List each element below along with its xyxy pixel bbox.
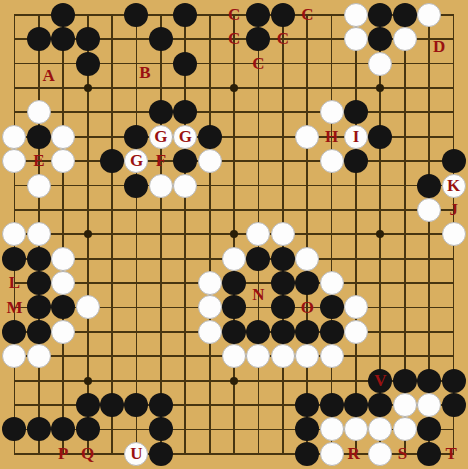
intersection[interactable] [344, 125, 368, 149]
intersection[interactable] [344, 393, 368, 417]
intersection[interactable] [368, 3, 392, 27]
intersection[interactable] [319, 368, 343, 392]
intersection[interactable] [100, 442, 124, 466]
intersection[interactable] [417, 247, 441, 271]
intersection[interactable] [100, 247, 124, 271]
black-stone[interactable] [27, 320, 51, 344]
intersection[interactable] [2, 149, 26, 173]
intersection[interactable] [271, 368, 295, 392]
intersection[interactable] [295, 442, 319, 466]
white-stone[interactable] [2, 125, 26, 149]
black-stone[interactable] [295, 417, 319, 441]
intersection[interactable] [222, 198, 246, 222]
intersection[interactable] [441, 198, 465, 222]
intersection[interactable] [417, 295, 441, 319]
black-stone[interactable] [417, 174, 441, 198]
white-stone[interactable] [295, 247, 319, 271]
intersection[interactable] [222, 271, 246, 295]
black-stone[interactable] [51, 27, 75, 51]
intersection[interactable] [319, 222, 343, 246]
intersection[interactable] [441, 393, 465, 417]
black-stone[interactable] [295, 393, 319, 417]
intersection[interactable] [173, 368, 197, 392]
intersection[interactable] [319, 198, 343, 222]
intersection[interactable] [417, 100, 441, 124]
white-stone[interactable] [27, 174, 51, 198]
intersection[interactable] [2, 27, 26, 51]
white-stone[interactable] [222, 344, 246, 368]
intersection[interactable] [393, 442, 417, 466]
intersection[interactable] [100, 344, 124, 368]
intersection[interactable] [124, 3, 148, 27]
intersection[interactable] [2, 76, 26, 100]
intersection[interactable] [222, 295, 246, 319]
intersection[interactable] [100, 393, 124, 417]
intersection[interactable] [246, 222, 270, 246]
intersection[interactable] [246, 295, 270, 319]
intersection[interactable] [271, 100, 295, 124]
intersection[interactable] [441, 271, 465, 295]
intersection[interactable] [124, 76, 148, 100]
white-stone[interactable] [222, 247, 246, 271]
intersection[interactable] [295, 198, 319, 222]
black-stone[interactable] [295, 271, 319, 295]
intersection[interactable] [417, 76, 441, 100]
intersection[interactable] [393, 222, 417, 246]
intersection[interactable] [149, 320, 173, 344]
white-stone[interactable] [76, 295, 100, 319]
intersection[interactable] [246, 173, 270, 197]
intersection[interactable] [197, 393, 221, 417]
intersection[interactable] [51, 125, 75, 149]
intersection[interactable] [124, 198, 148, 222]
black-stone[interactable] [2, 417, 26, 441]
black-stone[interactable] [149, 442, 173, 466]
black-stone[interactable] [124, 174, 148, 198]
intersection[interactable] [27, 76, 51, 100]
intersection[interactable] [417, 149, 441, 173]
intersection[interactable] [368, 442, 392, 466]
intersection[interactable] [295, 344, 319, 368]
intersection[interactable] [149, 100, 173, 124]
intersection[interactable] [27, 271, 51, 295]
white-stone[interactable] [27, 344, 51, 368]
intersection[interactable] [75, 442, 99, 466]
black-stone[interactable] [124, 3, 148, 27]
intersection[interactable] [246, 3, 270, 27]
intersection[interactable] [27, 368, 51, 392]
intersection[interactable] [222, 320, 246, 344]
intersection[interactable] [417, 173, 441, 197]
intersection[interactable] [27, 222, 51, 246]
intersection[interactable] [246, 198, 270, 222]
black-stone[interactable] [246, 320, 270, 344]
white-stone[interactable] [51, 320, 75, 344]
intersection[interactable] [100, 295, 124, 319]
intersection[interactable] [393, 393, 417, 417]
intersection[interactable] [173, 3, 197, 27]
intersection[interactable] [75, 149, 99, 173]
intersection[interactable] [27, 3, 51, 27]
intersection[interactable] [124, 368, 148, 392]
intersection[interactable] [149, 271, 173, 295]
intersection[interactable] [149, 27, 173, 51]
black-stone[interactable] [271, 247, 295, 271]
black-stone[interactable] [368, 369, 392, 393]
intersection[interactable] [75, 320, 99, 344]
intersection[interactable] [100, 271, 124, 295]
intersection[interactable] [271, 51, 295, 75]
intersection[interactable] [344, 417, 368, 441]
intersection[interactable] [441, 27, 465, 51]
intersection[interactable] [173, 76, 197, 100]
intersection[interactable] [27, 100, 51, 124]
intersection[interactable] [295, 417, 319, 441]
intersection[interactable] [344, 100, 368, 124]
intersection[interactable] [2, 442, 26, 466]
intersection[interactable] [51, 368, 75, 392]
intersection[interactable] [51, 51, 75, 75]
intersection[interactable] [51, 344, 75, 368]
white-stone[interactable] [27, 222, 51, 246]
intersection[interactable] [75, 100, 99, 124]
intersection[interactable] [173, 222, 197, 246]
white-stone[interactable] [173, 174, 197, 198]
intersection[interactable] [441, 295, 465, 319]
intersection[interactable] [368, 295, 392, 319]
intersection[interactable] [368, 222, 392, 246]
black-stone[interactable] [51, 295, 75, 319]
intersection[interactable] [197, 368, 221, 392]
intersection[interactable] [344, 149, 368, 173]
white-stone[interactable] [344, 295, 368, 319]
intersection[interactable] [441, 368, 465, 392]
intersection[interactable] [149, 51, 173, 75]
intersection[interactable] [319, 51, 343, 75]
intersection[interactable] [295, 100, 319, 124]
black-stone[interactable] [442, 149, 466, 173]
intersection[interactable] [295, 76, 319, 100]
intersection[interactable] [246, 76, 270, 100]
intersection[interactable] [368, 344, 392, 368]
intersection[interactable] [51, 149, 75, 173]
intersection[interactable] [271, 247, 295, 271]
intersection[interactable] [124, 393, 148, 417]
intersection[interactable] [417, 51, 441, 75]
intersection[interactable] [417, 125, 441, 149]
intersection[interactable] [393, 125, 417, 149]
black-stone[interactable] [222, 320, 246, 344]
intersection[interactable] [2, 125, 26, 149]
intersection[interactable] [75, 344, 99, 368]
intersection[interactable] [271, 222, 295, 246]
intersection[interactable] [246, 442, 270, 466]
intersection[interactable] [393, 3, 417, 27]
intersection[interactable] [2, 198, 26, 222]
intersection[interactable] [319, 125, 343, 149]
white-stone[interactable] [320, 417, 344, 441]
intersection[interactable] [368, 247, 392, 271]
intersection[interactable] [319, 100, 343, 124]
white-stone[interactable] [368, 52, 392, 76]
white-stone[interactable] [124, 149, 148, 173]
intersection[interactable] [51, 295, 75, 319]
intersection[interactable] [441, 222, 465, 246]
black-stone[interactable] [27, 417, 51, 441]
black-stone[interactable] [51, 3, 75, 27]
intersection[interactable] [75, 27, 99, 51]
intersection[interactable] [27, 149, 51, 173]
white-stone[interactable] [368, 417, 392, 441]
intersection[interactable] [51, 247, 75, 271]
intersection[interactable] [441, 100, 465, 124]
white-stone[interactable] [320, 344, 344, 368]
intersection[interactable] [271, 76, 295, 100]
intersection[interactable] [124, 271, 148, 295]
intersection[interactable] [51, 100, 75, 124]
intersection[interactable] [2, 417, 26, 441]
black-stone[interactable] [320, 393, 344, 417]
intersection[interactable] [197, 3, 221, 27]
intersection[interactable] [222, 27, 246, 51]
intersection[interactable] [344, 247, 368, 271]
white-stone[interactable] [320, 149, 344, 173]
intersection[interactable] [75, 247, 99, 271]
white-stone[interactable] [295, 125, 319, 149]
black-stone[interactable] [124, 125, 148, 149]
intersection[interactable] [441, 125, 465, 149]
intersection[interactable] [271, 320, 295, 344]
intersection[interactable] [51, 76, 75, 100]
intersection[interactable] [27, 27, 51, 51]
intersection[interactable] [319, 344, 343, 368]
intersection[interactable] [393, 295, 417, 319]
intersection[interactable] [2, 295, 26, 319]
intersection[interactable] [100, 51, 124, 75]
intersection[interactable] [197, 344, 221, 368]
intersection[interactable] [51, 198, 75, 222]
intersection[interactable] [27, 320, 51, 344]
intersection[interactable] [246, 393, 270, 417]
intersection[interactable] [246, 125, 270, 149]
intersection[interactable] [27, 442, 51, 466]
black-stone[interactable] [100, 149, 124, 173]
black-stone[interactable] [173, 100, 197, 124]
intersection[interactable] [295, 393, 319, 417]
intersection[interactable] [100, 368, 124, 392]
intersection[interactable] [393, 198, 417, 222]
intersection[interactable] [100, 76, 124, 100]
black-stone[interactable] [173, 3, 197, 27]
intersection[interactable] [319, 247, 343, 271]
intersection[interactable] [417, 417, 441, 441]
intersection[interactable] [393, 173, 417, 197]
intersection[interactable] [295, 3, 319, 27]
intersection[interactable] [368, 198, 392, 222]
intersection[interactable] [173, 51, 197, 75]
black-stone[interactable] [393, 3, 417, 27]
intersection[interactable] [295, 51, 319, 75]
white-stone[interactable] [51, 247, 75, 271]
black-stone[interactable] [27, 27, 51, 51]
intersection[interactable] [344, 442, 368, 466]
intersection[interactable] [393, 100, 417, 124]
intersection[interactable] [100, 198, 124, 222]
intersection[interactable] [27, 125, 51, 149]
black-stone[interactable] [344, 393, 368, 417]
intersection[interactable] [51, 27, 75, 51]
intersection[interactable] [393, 344, 417, 368]
intersection[interactable] [149, 295, 173, 319]
intersection[interactable] [197, 442, 221, 466]
intersection[interactable] [149, 344, 173, 368]
intersection[interactable] [75, 271, 99, 295]
intersection[interactable] [100, 417, 124, 441]
intersection[interactable] [149, 393, 173, 417]
white-stone[interactable] [27, 100, 51, 124]
black-stone[interactable] [246, 27, 270, 51]
intersection[interactable] [246, 27, 270, 51]
intersection[interactable] [441, 320, 465, 344]
black-stone[interactable] [222, 271, 246, 295]
intersection[interactable] [295, 222, 319, 246]
white-stone[interactable] [149, 174, 173, 198]
intersection[interactable] [246, 271, 270, 295]
intersection[interactable] [246, 368, 270, 392]
intersection[interactable] [75, 222, 99, 246]
intersection[interactable] [295, 320, 319, 344]
intersection[interactable] [441, 247, 465, 271]
black-stone[interactable] [27, 271, 51, 295]
intersection[interactable] [271, 417, 295, 441]
intersection[interactable] [124, 295, 148, 319]
intersection[interactable] [197, 100, 221, 124]
intersection[interactable] [271, 198, 295, 222]
intersection[interactable] [75, 198, 99, 222]
intersection[interactable] [149, 198, 173, 222]
intersection[interactable] [197, 295, 221, 319]
intersection[interactable] [149, 417, 173, 441]
black-stone[interactable] [368, 27, 392, 51]
black-stone[interactable] [393, 369, 417, 393]
black-stone[interactable] [295, 320, 319, 344]
intersection[interactable] [149, 149, 173, 173]
white-stone[interactable] [51, 149, 75, 173]
intersection[interactable] [197, 51, 221, 75]
intersection[interactable] [271, 271, 295, 295]
intersection[interactable] [246, 149, 270, 173]
intersection[interactable] [319, 173, 343, 197]
intersection[interactable] [271, 27, 295, 51]
intersection[interactable] [173, 149, 197, 173]
intersection[interactable] [319, 76, 343, 100]
intersection[interactable] [271, 3, 295, 27]
intersection[interactable] [197, 417, 221, 441]
black-stone[interactable] [368, 125, 392, 149]
intersection[interactable] [2, 173, 26, 197]
white-stone[interactable] [344, 125, 368, 149]
intersection[interactable] [441, 76, 465, 100]
intersection[interactable] [51, 271, 75, 295]
intersection[interactable] [417, 393, 441, 417]
intersection[interactable] [124, 125, 148, 149]
intersection[interactable] [368, 27, 392, 51]
intersection[interactable] [222, 442, 246, 466]
intersection[interactable] [27, 393, 51, 417]
intersection[interactable] [75, 368, 99, 392]
intersection[interactable] [27, 417, 51, 441]
intersection[interactable] [271, 149, 295, 173]
black-stone[interactable] [344, 149, 368, 173]
black-stone[interactable] [344, 100, 368, 124]
intersection[interactable] [197, 173, 221, 197]
intersection[interactable] [368, 320, 392, 344]
black-stone[interactable] [149, 100, 173, 124]
black-stone[interactable] [417, 417, 441, 441]
intersection[interactable] [222, 100, 246, 124]
intersection[interactable] [100, 125, 124, 149]
intersection[interactable] [173, 393, 197, 417]
intersection[interactable] [393, 247, 417, 271]
intersection[interactable] [271, 295, 295, 319]
white-stone[interactable] [295, 344, 319, 368]
white-stone[interactable] [246, 344, 270, 368]
intersection[interactable] [75, 393, 99, 417]
white-stone[interactable] [320, 442, 344, 466]
black-stone[interactable] [271, 320, 295, 344]
intersection[interactable] [417, 198, 441, 222]
intersection[interactable] [319, 320, 343, 344]
intersection[interactable] [222, 368, 246, 392]
intersection[interactable] [271, 442, 295, 466]
intersection[interactable] [368, 51, 392, 75]
intersection[interactable] [2, 222, 26, 246]
intersection[interactable] [124, 27, 148, 51]
black-stone[interactable] [271, 295, 295, 319]
intersection[interactable] [197, 222, 221, 246]
intersection[interactable] [319, 3, 343, 27]
intersection[interactable] [173, 173, 197, 197]
white-stone[interactable] [393, 393, 417, 417]
intersection[interactable] [51, 320, 75, 344]
black-stone[interactable] [27, 247, 51, 271]
black-stone[interactable] [417, 369, 441, 393]
intersection[interactable] [344, 368, 368, 392]
intersection[interactable] [222, 125, 246, 149]
intersection[interactable] [417, 344, 441, 368]
intersection[interactable] [2, 100, 26, 124]
intersection[interactable] [222, 344, 246, 368]
intersection[interactable] [417, 442, 441, 466]
intersection[interactable] [149, 368, 173, 392]
intersection[interactable] [222, 3, 246, 27]
intersection[interactable] [100, 320, 124, 344]
white-stone[interactable] [198, 295, 222, 319]
white-stone[interactable] [124, 442, 148, 466]
intersection[interactable] [271, 393, 295, 417]
intersection[interactable] [368, 149, 392, 173]
intersection[interactable] [368, 173, 392, 197]
intersection[interactable] [173, 100, 197, 124]
intersection[interactable] [246, 100, 270, 124]
black-stone[interactable] [368, 393, 392, 417]
intersection[interactable] [173, 27, 197, 51]
white-stone[interactable] [246, 222, 270, 246]
intersection[interactable] [27, 51, 51, 75]
intersection[interactable] [246, 247, 270, 271]
intersection[interactable] [344, 173, 368, 197]
black-stone[interactable] [2, 247, 26, 271]
